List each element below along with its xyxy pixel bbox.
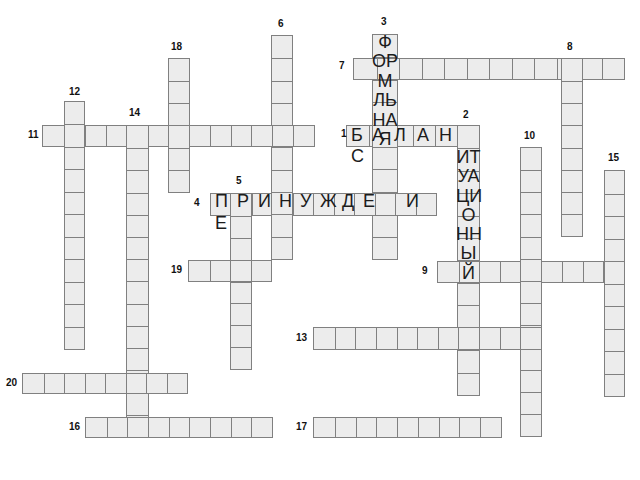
cell-8-6 [562, 170, 582, 192]
cell-20-5 [105, 374, 126, 393]
cell-16-2 [107, 418, 128, 437]
cell-20-1 [23, 374, 44, 393]
cell-6-6 [272, 147, 292, 169]
clue-number-18: 18 [171, 42, 182, 52]
cell-5-8 [231, 347, 251, 369]
cell-17-8 [459, 418, 480, 437]
answer-strip-20 [22, 373, 188, 394]
cell-5-5 [231, 282, 251, 304]
clue-number-20: 20 [6, 378, 17, 388]
answer-letter: Д [342, 192, 354, 210]
clue-number-15: 15 [608, 153, 619, 163]
cell-14-6 [127, 237, 148, 259]
clue-number-16: 16 [69, 422, 80, 432]
answer-letter: Л [394, 126, 406, 144]
cell-11-11 [251, 126, 272, 146]
cell-7-5 [444, 59, 467, 79]
cell-13-4 [376, 328, 397, 349]
answer-strip-19 [188, 260, 272, 282]
answer-letter: Е [215, 214, 227, 232]
answer-letter: И [258, 192, 271, 210]
cell-13-5 [397, 328, 418, 349]
answer-letter-line: Ф [372, 33, 398, 52]
answer-letter: У [300, 192, 311, 210]
cell-19-3 [230, 261, 251, 281]
answer-strip-12 [64, 101, 85, 350]
cell-6-4 [272, 103, 292, 125]
answer-strip-15 [604, 170, 625, 397]
cell-19-4 [251, 261, 272, 281]
cell-18-2 [169, 81, 189, 103]
cell-17-2 [335, 418, 356, 437]
clue-number-9: 9 [422, 266, 428, 276]
cell-12-2 [65, 124, 84, 146]
cell-18-6 [169, 170, 189, 192]
cell-9-4 [500, 262, 521, 282]
cell-6-7 [272, 170, 292, 192]
cell-17-5 [397, 418, 418, 437]
clue-number-17: 17 [296, 422, 307, 432]
cell-7-12 [602, 59, 625, 79]
cell-10-10 [521, 347, 541, 369]
answer-letter: А [417, 126, 429, 144]
cell-8-4 [562, 125, 582, 147]
cell-2-12 [458, 373, 479, 395]
cell-14-1 [127, 126, 148, 148]
answer-strip-16 [85, 417, 273, 438]
cell-8-3 [562, 103, 582, 125]
cell-14-3 [127, 170, 148, 192]
cell-6-2 [272, 58, 292, 80]
answer-letter: А [372, 126, 384, 144]
cell-18-1 [169, 59, 189, 81]
cell-17-4 [376, 418, 397, 437]
cell-12-5 [65, 192, 84, 214]
clue-number-19: 19 [171, 265, 182, 275]
cell-14-8 [127, 281, 148, 303]
cell-3-7 [373, 169, 397, 191]
cell-3-6 [373, 147, 397, 169]
cell-10-2 [521, 170, 541, 192]
answer-letter-line: ИТ [456, 148, 481, 167]
cell-2-9 [458, 305, 479, 327]
answer-letter: Б [351, 126, 363, 144]
cell-15-1 [605, 171, 624, 194]
cell-10-3 [521, 192, 541, 214]
cell-15-4 [605, 239, 624, 262]
cell-15-6 [605, 284, 624, 307]
cell-10-12 [521, 392, 541, 414]
cell-7-9 [534, 59, 557, 79]
answer-letter-line: М [372, 72, 398, 91]
cell-19-2 [210, 261, 231, 281]
cell-3-9 [373, 214, 397, 236]
cell-8-8 [562, 214, 582, 236]
cell-5-3 [231, 238, 251, 260]
cell-2-11 [458, 350, 479, 372]
cell-9-8 [583, 262, 604, 282]
cell-4-9 [375, 194, 395, 215]
cell-15-2 [605, 194, 624, 217]
cell-9-6 [541, 262, 562, 282]
answer-letter: Р [237, 192, 249, 210]
cell-13-7 [438, 328, 459, 349]
answer-letter: Н [439, 126, 452, 144]
cell-14-4 [127, 193, 148, 215]
cell-8-5 [562, 148, 582, 170]
cell-2-1 [458, 126, 479, 148]
cell-6-1 [272, 36, 292, 58]
cell-5-6 [231, 303, 251, 325]
cell-20-4 [85, 374, 106, 393]
answer-letter-line: ОР [372, 52, 398, 71]
cell-11-6 [147, 126, 168, 146]
cell-16-5 [169, 418, 190, 437]
cell-16-4 [148, 418, 169, 437]
cell-20-3 [64, 374, 85, 393]
cell-20-2 [44, 374, 65, 393]
cell-19-1 [189, 261, 210, 281]
answer-letter-line: ЦИ [456, 187, 481, 206]
cell-5-2 [231, 216, 251, 238]
cell-9-7 [562, 262, 583, 282]
cell-11-9 [210, 126, 231, 146]
cell-11-8 [189, 126, 210, 146]
cell-13-1 [314, 328, 335, 349]
cell-17-1 [314, 418, 335, 437]
answer-letter: Е [363, 192, 375, 210]
cell-5-7 [231, 325, 251, 347]
cell-8-7 [562, 192, 582, 214]
clue-number-3: 3 [381, 17, 387, 27]
answer-letter: С [351, 147, 364, 165]
cell-10-4 [521, 214, 541, 236]
cell-13-10 [500, 328, 521, 349]
cell-20-8 [167, 374, 188, 393]
cell-11-3 [85, 126, 106, 146]
answer-letter-line: О [456, 206, 481, 225]
cell-10-5 [521, 237, 541, 259]
cell-14-11 [127, 348, 148, 370]
cell-12-3 [65, 147, 84, 169]
clue-number-6: 6 [278, 19, 284, 29]
cell-20-7 [146, 374, 167, 393]
clue-number-7: 7 [339, 61, 345, 71]
clue-number-5: 5 [236, 176, 242, 186]
cell-15-3 [605, 216, 624, 239]
clue-number-4: 4 [194, 198, 200, 208]
cell-16-1 [86, 418, 107, 437]
cell-17-9 [480, 418, 501, 437]
answer-letter: П [215, 192, 228, 210]
wrapped-answer-2: ИТУАЦИОННЫЙ [456, 148, 481, 283]
cell-13-3 [355, 328, 376, 349]
cell-10-7 [521, 281, 541, 303]
answer-strip-8 [561, 58, 583, 237]
cell-14-9 [127, 304, 148, 326]
answer-letter-line: УА [456, 167, 481, 186]
cell-12-7 [65, 237, 84, 259]
cell-17-6 [418, 418, 439, 437]
clue-number-13: 13 [296, 333, 307, 343]
answer-letter-line: ЛЬ [372, 91, 398, 110]
clue-number-14: 14 [129, 108, 140, 118]
cell-10-6 [521, 259, 541, 281]
cell-11-1 [43, 126, 64, 146]
cell-13-6 [417, 328, 438, 349]
answer-strip-6 [271, 35, 293, 260]
cell-7-8 [512, 59, 535, 79]
cell-6-10 [272, 237, 292, 259]
cell-17-3 [356, 418, 377, 437]
cell-14-7 [127, 259, 148, 281]
cell-13-8 [458, 328, 479, 349]
cell-14-2 [127, 148, 148, 170]
cell-16-3 [127, 418, 148, 437]
cell-7-4 [422, 59, 445, 79]
answer-letter: Ж [320, 192, 337, 210]
clue-number-12: 12 [69, 87, 80, 97]
cell-11-10 [231, 126, 252, 146]
answer-letter-line: Й [456, 264, 481, 283]
cell-14-5 [127, 215, 148, 237]
answer-strip-18 [168, 58, 190, 193]
cell-14-13 [127, 393, 148, 415]
cell-16-9 [251, 418, 272, 437]
cell-10-8 [521, 303, 541, 325]
cell-13-11 [520, 328, 541, 349]
cell-7-6 [467, 59, 490, 79]
cell-16-7 [210, 418, 231, 437]
cell-13-9 [479, 328, 500, 349]
cell-18-3 [169, 103, 189, 125]
cell-15-9 [605, 351, 624, 374]
crossword-board: 1234567891011121314151617181920ФОРМЛЬНАЯ… [0, 0, 640, 480]
cell-12-9 [65, 282, 84, 304]
cell-15-7 [605, 306, 624, 329]
answer-letter-line: НН [456, 225, 481, 244]
cell-17-7 [439, 418, 460, 437]
answer-strip-17 [313, 417, 502, 438]
cell-16-6 [189, 418, 210, 437]
cell-2-8 [458, 283, 479, 305]
cell-6-3 [272, 81, 292, 103]
cell-20-6 [126, 374, 147, 393]
clue-number-10: 10 [524, 131, 535, 141]
cell-10-11 [521, 370, 541, 392]
cell-11-4 [106, 126, 127, 146]
cell-18-4 [169, 125, 189, 147]
cell-18-5 [169, 148, 189, 170]
clue-number-11: 11 [28, 130, 39, 140]
cell-12-1 [65, 102, 84, 124]
cell-14-10 [127, 326, 148, 348]
cell-3-10 [373, 237, 397, 259]
cell-6-9 [272, 214, 292, 236]
clue-number-1: 1 [341, 129, 347, 139]
cell-8-2 [562, 81, 582, 103]
answer-letter: Н [279, 192, 292, 210]
clue-number-8: 8 [567, 42, 573, 52]
cell-13-2 [335, 328, 356, 349]
cell-12-11 [65, 327, 84, 349]
cell-8-1 [562, 59, 582, 81]
cell-7-7 [489, 59, 512, 79]
cell-15-5 [605, 261, 624, 284]
cell-12-4 [65, 169, 84, 191]
cell-12-10 [65, 304, 84, 326]
answer-strip-13 [313, 327, 542, 350]
cell-15-10 [605, 374, 624, 397]
cell-10-1 [521, 148, 541, 170]
cell-7-3 [399, 59, 422, 79]
cell-11-13 [293, 126, 314, 146]
answer-strip-10 [520, 147, 542, 437]
cell-9-3 [479, 262, 500, 282]
answer-letter-line: Ы [456, 244, 481, 263]
cell-12-6 [65, 214, 84, 236]
clue-number-2: 2 [463, 110, 469, 120]
cell-15-8 [605, 329, 624, 352]
cell-10-13 [521, 414, 541, 436]
cell-11-12 [272, 126, 293, 146]
cell-12-8 [65, 259, 84, 281]
answer-letter: И [406, 192, 419, 210]
cell-16-8 [231, 418, 252, 437]
